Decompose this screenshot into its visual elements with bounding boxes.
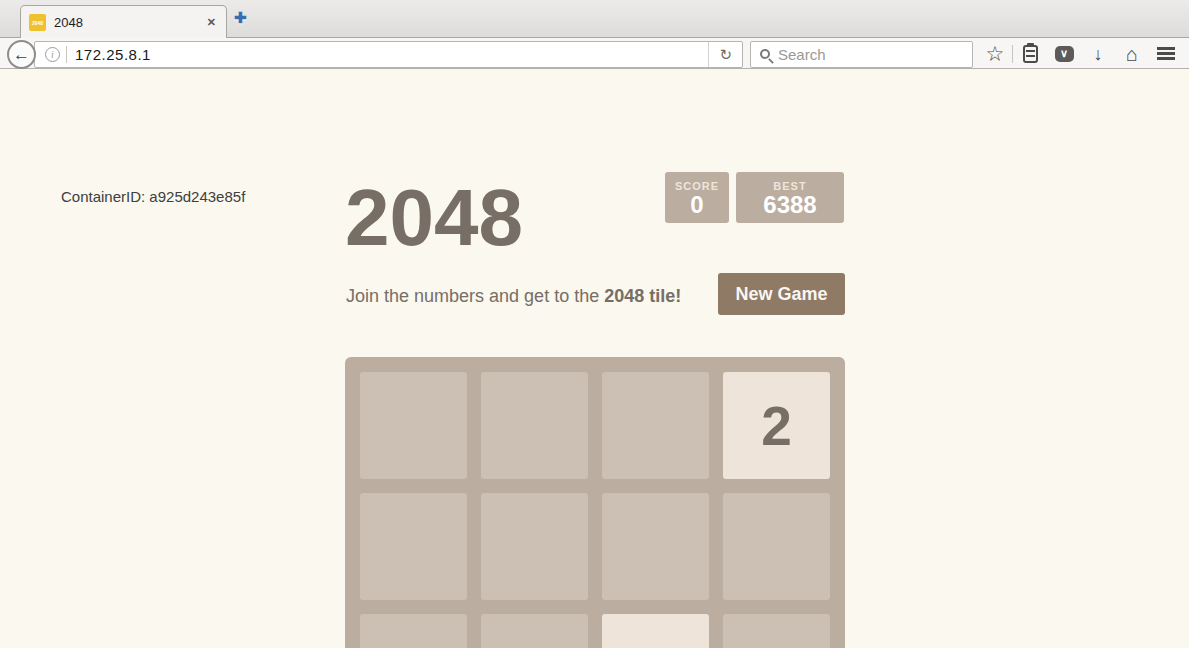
tile-2: 2 — [723, 372, 830, 479]
download-icon: ↓ — [1094, 45, 1103, 63]
game-board: 22 — [345, 357, 845, 648]
empty-cell — [602, 493, 709, 600]
empty-cell — [360, 372, 467, 479]
star-icon: ☆ — [986, 43, 1005, 64]
home-button[interactable]: ⌂ — [1115, 40, 1149, 68]
empty-cell — [602, 372, 709, 479]
score-value: 0 — [665, 192, 729, 217]
hamburger-menu-icon — [1157, 47, 1175, 60]
empty-cell — [481, 614, 588, 648]
search-placeholder: Search — [778, 46, 826, 63]
home-icon: ⌂ — [1126, 44, 1138, 64]
bookmark-star-button[interactable]: ☆ — [978, 40, 1012, 68]
empty-cell — [723, 614, 830, 648]
empty-cell — [723, 493, 830, 600]
page-title: 2048 — [345, 179, 523, 257]
empty-cell — [360, 614, 467, 648]
reload-icon[interactable]: ↻ — [708, 42, 742, 67]
favicon-2048: 2048 — [29, 14, 46, 31]
subtitle-goal: 2048 tile! — [604, 286, 681, 306]
new-tab-icon[interactable]: ✚ — [234, 9, 247, 27]
subtitle: Join the numbers and get to the 2048 til… — [346, 286, 681, 307]
pocket-icon: ∨ — [1055, 46, 1074, 62]
best-value: 6388 — [736, 192, 844, 217]
page-content: ContainerID: a925d243e85f 2048 SCORE 0 B… — [0, 69, 1189, 648]
empty-cell — [481, 372, 588, 479]
pocket-button[interactable]: ∨ — [1047, 40, 1081, 68]
url-separator — [66, 46, 67, 63]
back-arrow-icon: ← — [13, 46, 30, 63]
browser-tab[interactable]: 2048 2048 ✕ — [20, 5, 227, 39]
bookmarks-list-button[interactable] — [1013, 40, 1047, 68]
url-text[interactable]: 172.25.8.1 — [75, 46, 708, 63]
best-box: BEST 6388 — [736, 172, 844, 223]
menu-button[interactable] — [1149, 40, 1183, 68]
empty-cell — [360, 493, 467, 600]
tile-2: 2 — [602, 614, 709, 648]
subtitle-text: Join the numbers and get to the — [346, 286, 604, 306]
search-input[interactable]: Search — [750, 41, 973, 68]
clipboard-icon — [1023, 45, 1038, 63]
url-bar[interactable]: i 172.25.8.1 ↻ — [34, 41, 743, 68]
new-game-button[interactable]: New Game — [718, 273, 845, 315]
empty-cell — [481, 493, 588, 600]
back-button[interactable]: ← — [7, 40, 36, 69]
tab-close-icon[interactable]: ✕ — [205, 14, 218, 31]
downloads-button[interactable]: ↓ — [1081, 40, 1115, 68]
search-icon — [760, 49, 770, 59]
tab-bar: 2048 2048 ✕ ✚ — [0, 0, 1189, 38]
container-id-text: ContainerID: a925d243e85f — [61, 188, 245, 205]
toolbar-icons: ☆ ∨ ↓ ⌂ — [978, 38, 1183, 69]
info-icon[interactable]: i — [45, 47, 60, 62]
score-box: SCORE 0 — [665, 172, 729, 223]
tab-title: 2048 — [54, 15, 205, 30]
